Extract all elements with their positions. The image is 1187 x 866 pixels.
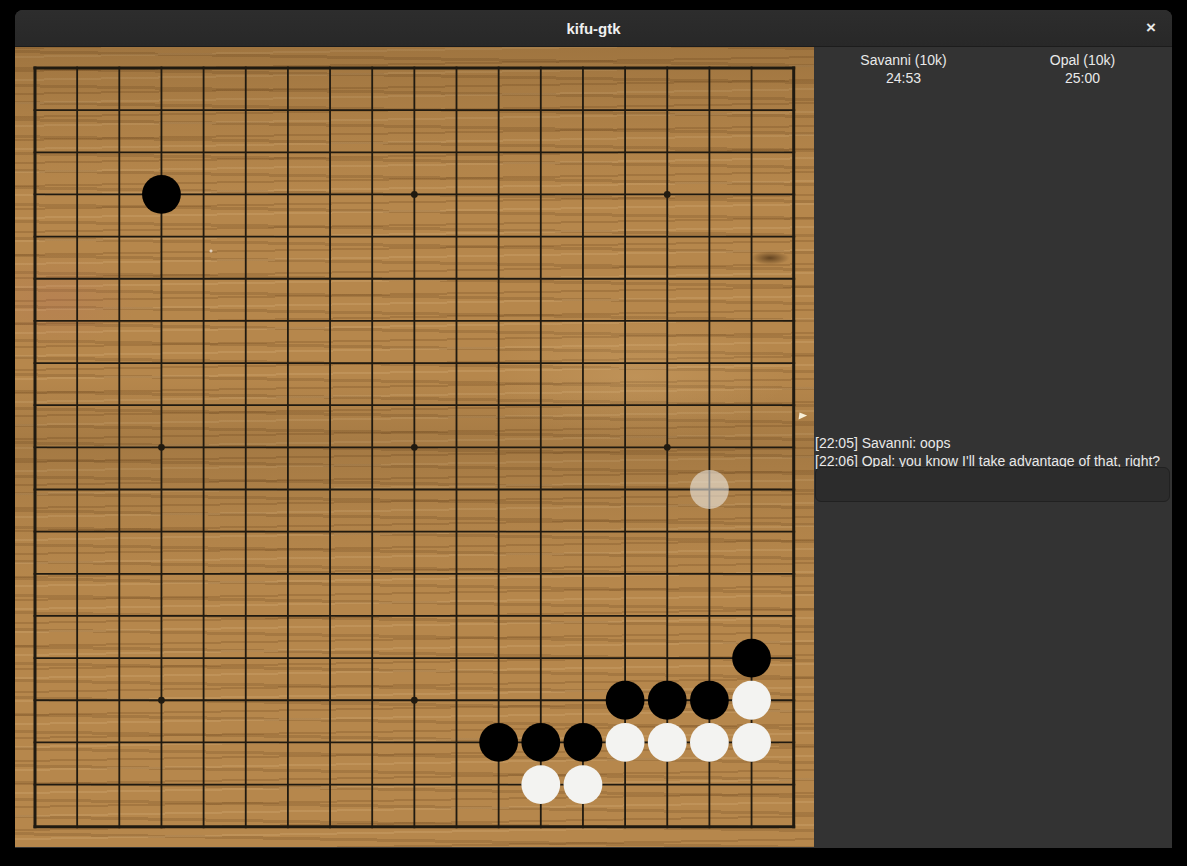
mouse-cursor: [799, 412, 808, 420]
chat-message: [22:05] Savanni: oops: [815, 434, 1172, 452]
titlebar[interactable]: kifu-gtk ×: [15, 10, 1172, 47]
black-stone: [606, 681, 645, 720]
star-point: [158, 444, 165, 451]
player-white-clock: 25:00: [993, 69, 1172, 87]
player-white: Opal (10k) 25:00: [993, 51, 1172, 87]
white-stone: [690, 723, 729, 762]
white-stone: [564, 765, 603, 804]
star-point: [411, 444, 418, 451]
black-stone: [521, 723, 560, 762]
black-stone: [564, 723, 603, 762]
player-black-clock: 24:53: [814, 69, 993, 87]
chat-input[interactable]: [815, 467, 1170, 502]
white-stone: [606, 723, 645, 762]
player-white-name: Opal (10k): [993, 51, 1172, 69]
black-stone: [732, 639, 771, 678]
chat-log: [22:05] Savanni: oops [22:06] Opal: you …: [815, 434, 1172, 470]
app-window: kifu-gtk × Savanni (10k) 24:53 Opal (10k…: [15, 10, 1172, 848]
star-point: [158, 697, 165, 704]
go-board-svg[interactable]: [15, 47, 814, 847]
go-board[interactable]: [15, 47, 814, 847]
star-point: [411, 697, 418, 704]
window-content: Savanni (10k) 24:53 Opal (10k) 25:00 [22…: [15, 47, 1172, 847]
hover-preview-stone: [690, 470, 729, 509]
star-point: [411, 191, 418, 198]
players-row: Savanni (10k) 24:53 Opal (10k) 25:00: [814, 47, 1172, 87]
star-point: [664, 444, 671, 451]
black-stone: [648, 681, 687, 720]
white-stone: [732, 723, 771, 762]
game-panel: Savanni (10k) 24:53 Opal (10k) 25:00 [22…: [814, 47, 1172, 847]
player-black: Savanni (10k) 24:53: [814, 51, 993, 87]
star-point: [664, 191, 671, 198]
window-title: kifu-gtk: [566, 20, 620, 37]
black-stone: [690, 681, 729, 720]
white-stone: [648, 723, 687, 762]
black-stone: [142, 175, 181, 214]
white-stone: [521, 765, 560, 804]
white-stone: [732, 681, 771, 720]
player-black-name: Savanni (10k): [814, 51, 993, 69]
close-icon[interactable]: ×: [1136, 10, 1166, 46]
black-stone: [479, 723, 518, 762]
